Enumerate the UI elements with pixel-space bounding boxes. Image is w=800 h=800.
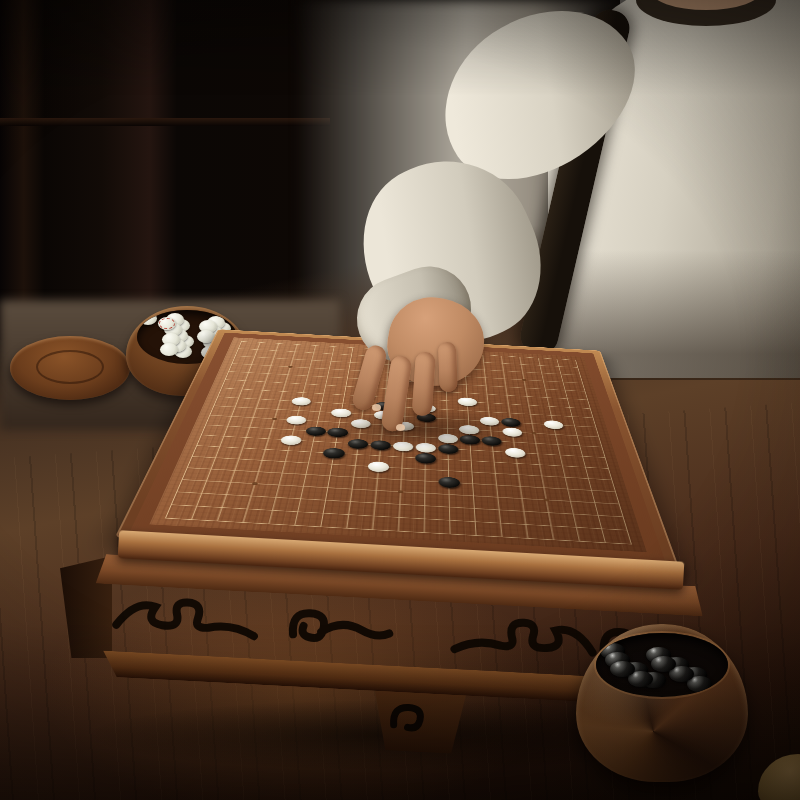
white-bowl-lid [10,336,130,400]
fingernail [396,424,405,431]
black-bowl-stone [610,661,635,677]
go-photo-scene [0,0,800,800]
fingernail [372,404,381,411]
black-bowl-opening [596,633,728,697]
lid-grain-ring [36,350,104,384]
cloud-scroll-carving [110,584,263,644]
index-finger [350,343,388,412]
player-hand [330,280,520,460]
middle-finger [380,354,413,432]
cloud-scroll-carving [282,600,435,660]
star-point [288,366,293,368]
star-point [531,432,536,434]
star-point [543,498,549,501]
black-bowl-stone [651,656,676,672]
star-point [398,490,403,493]
pinky-finger [438,342,458,393]
foot-scroll-carving [385,694,451,737]
ring-finger [412,351,436,416]
black-stone-bowl [576,624,748,782]
star-point [522,379,527,381]
